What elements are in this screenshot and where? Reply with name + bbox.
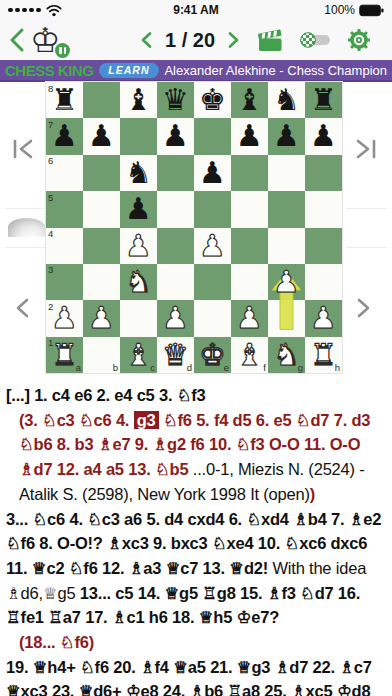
notation-segment[interactable]: (18... ♘f6) [19,633,94,651]
notation-paragraph: 19. ♕h4+ ♘f6 20. ♗f4 ♕a5 21. ♕g3 ♗d7 22.… [6,655,386,696]
divider [6,247,46,248]
checkered-ball-icon [300,32,316,48]
square-a3[interactable]: 3 [46,264,83,300]
chess-king-logo[interactable]: ♔ [30,20,68,60]
white-pawn-e4: ♟ [194,228,231,264]
square-b7[interactable]: ♟ [83,118,120,154]
square-c4[interactable]: ♟ [120,228,157,264]
movie-clapper-icon[interactable] [258,29,283,52]
square-e8[interactable]: ♚ [194,82,231,118]
notation-paragraph: (18... ♘f6) [19,630,386,655]
square-f3[interactable] [231,264,268,300]
board-area: 8♜♝♛♚♝♞♜7♟♟♟♟♟♟6♞♟5♟4♟♟3♞♟2♟♟♟♟♟1a♜bc♝d♛… [0,82,392,373]
square-b8[interactable] [83,82,120,118]
square-g8[interactable]: ♞ [268,82,305,118]
square-g5[interactable] [268,191,305,227]
black-pawn-b7: ♟ [83,118,120,154]
square-f4[interactable] [231,228,268,264]
square-d1[interactable]: d♛ [157,337,194,373]
square-f5[interactable] [231,191,268,227]
rank-label: 1 [48,337,53,348]
white-pawn-d2: ♟ [157,300,194,336]
current-move[interactable]: g3 [134,411,159,429]
square-f1[interactable]: f♝ [231,337,268,373]
square-h7[interactable]: ♟ [305,118,342,154]
square-e2[interactable] [194,300,231,336]
black-king-e8: ♚ [194,82,231,118]
chess-board: 8♜♝♛♚♝♞♜7♟♟♟♟♟♟6♞♟5♟4♟♟3♞♟2♟♟♟♟♟1a♜bc♝d♛… [46,82,342,373]
white-pawn-b2: ♟ [83,300,120,336]
course-title: Alexander Alekhine - Chess Champion [164,63,387,78]
black-pawn-e6: ♟ [194,155,231,191]
square-b3[interactable] [83,264,120,300]
white-pawn-g3: ♟ [268,264,305,300]
square-a1[interactable]: 1a♜ [46,337,83,373]
square-f7[interactable]: ♟ [231,118,268,154]
file-label: a [76,362,81,373]
rank-label: 7 [48,119,53,130]
prev-move-button[interactable] [13,298,31,318]
file-label: g [298,362,303,373]
square-g3[interactable]: ♟ [268,264,305,300]
divider [346,247,386,248]
next-move-button[interactable] [355,298,373,318]
square-b5[interactable] [83,191,120,227]
square-c6[interactable]: ♞ [120,155,157,191]
rank-label: 8 [48,83,53,94]
settings-gear-icon[interactable] [348,29,370,51]
evaluation-sphere [8,218,45,237]
white-knight-c3: ♞ [120,264,157,300]
last-move-button[interactable] [351,139,378,159]
file-label: c [150,362,155,373]
white-pawn-f2: ♟ [231,300,268,336]
square-h8[interactable]: ♜ [305,82,342,118]
nav-bar: ♔ 1 / 20 [0,20,392,60]
square-d3[interactable] [157,264,194,300]
file-label: h [335,362,340,373]
left-rail [0,82,46,373]
square-e3[interactable] [194,264,231,300]
square-e5[interactable] [194,191,231,227]
battery-percent: 100% [324,3,355,17]
square-c1[interactable]: c♝ [120,337,157,373]
square-h3[interactable] [305,264,342,300]
square-h6[interactable] [305,155,342,191]
square-e6[interactable]: ♟ [194,155,231,191]
square-c5[interactable]: ♟ [120,191,157,227]
rank-label: 3 [48,264,53,275]
square-f2[interactable]: ♟ [231,300,268,336]
rank-label: 4 [48,228,53,239]
notation-paragraph: 3... ♘c6 4. ♘c3 a6 5. d4 cxd4 6. ♘xd4 ♗b… [6,507,386,631]
square-d8[interactable]: ♛ [157,82,194,118]
square-h5[interactable] [305,191,342,227]
square-g6[interactable] [268,155,305,191]
notation-segment[interactable]: (3. ♘c3 ♘c6 4. [19,411,134,429]
square-f8[interactable]: ♝ [231,82,268,118]
square-e4[interactable]: ♟ [194,228,231,264]
learn-badge: LEARN [99,63,158,78]
black-pawn-d7: ♟ [157,118,194,154]
back-chevron-icon[interactable] [8,26,26,54]
square-a7[interactable]: 7♟ [46,118,83,154]
prev-page-button[interactable] [140,31,153,49]
notation-segment[interactable]: 19. ♕h4+ ♘f6 20. ♗f4 ♕a5 21. ♕g3 ♗d7 22.… [6,658,372,696]
square-c8[interactable]: ♝ [120,82,157,118]
notation-paragraph: (3. ♘c3 ♘c6 4. g3 ♘f6 5. f4 d5 6. e5 ♘d7… [19,408,386,507]
file-label: e [224,362,229,373]
black-pawn-h7: ♟ [305,118,342,154]
rank-label: 5 [48,192,53,203]
square-a4[interactable]: 4 [46,228,83,264]
square-b4[interactable] [83,228,120,264]
square-d5[interactable] [157,191,194,227]
square-c3[interactable]: ♞ [120,264,157,300]
file-label: d [187,362,192,373]
first-move-button[interactable] [11,139,38,159]
square-h4[interactable] [305,228,342,264]
square-b1[interactable]: b [83,337,120,373]
square-b6[interactable] [83,155,120,191]
right-rail [342,82,392,373]
file-label: b [113,362,118,373]
page-indicator: 1 / 20 [165,29,215,52]
black-knight-c6: ♞ [120,155,157,191]
brand-logo: CHESS KING [5,62,93,79]
black-pawn-g7: ♟ [268,118,305,154]
black-pawn-f7: ♟ [231,118,268,154]
square-c7[interactable] [120,118,157,154]
square-c2[interactable] [120,300,157,336]
rank-label: 6 [48,155,53,166]
square-d4[interactable] [157,228,194,264]
next-page-button[interactable] [227,31,240,49]
square-g4[interactable] [268,228,305,264]
black-queen-d8: ♛ [157,82,194,118]
square-h2[interactable]: ♟ [305,300,342,336]
king-badge-icon [55,43,70,58]
white-pawn-h2: ♟ [305,300,342,336]
square-a8[interactable]: 8♜ [46,82,83,118]
file-label: f [263,362,266,373]
square-g7[interactable]: ♟ [268,118,305,154]
notation-panel: [...] 1. c4 e6 2. e4 c5 3. ♘f3(3. ♘c3 ♘c… [0,373,392,696]
rank-label: 2 [48,301,53,312]
notation-segment[interactable]: [...] 1. c4 e6 2. e4 c5 3. ♘f3 [6,386,206,404]
square-d7[interactable]: ♟ [157,118,194,154]
notation-segment[interactable]: ) [310,485,315,503]
banner: CHESS KING LEARN Alexander Alekhine - Ch… [0,60,392,82]
square-e1[interactable]: e♚ [194,337,231,373]
square-a2[interactable]: 2♟ [46,300,83,336]
square-e7[interactable] [194,118,231,154]
status-bar: 9:41 AM 100% [0,0,392,20]
divider [6,208,46,209]
square-f6[interactable] [231,155,268,191]
square-h1[interactable]: h♜ [305,337,342,373]
square-g1[interactable]: g♞ [268,337,305,373]
engine-toggle[interactable] [300,32,331,48]
black-rook-h8: ♜ [305,82,342,118]
notation-paragraph: [...] 1. c4 e6 2. e4 c5 3. ♘f3 [6,383,386,408]
square-g2[interactable] [268,300,305,336]
divider [346,208,386,209]
black-bishop-f8: ♝ [231,82,268,118]
black-pawn-c5: ♟ [120,191,157,227]
white-pawn-c4: ♟ [120,228,157,264]
square-d2[interactable]: ♟ [157,300,194,336]
square-a5[interactable]: 5 [46,191,83,227]
black-knight-g8: ♞ [268,82,305,118]
square-b2[interactable]: ♟ [83,300,120,336]
square-a6[interactable]: 6 [46,155,83,191]
battery-icon [359,4,384,17]
square-d6[interactable] [157,155,194,191]
black-bishop-c8: ♝ [120,82,157,118]
